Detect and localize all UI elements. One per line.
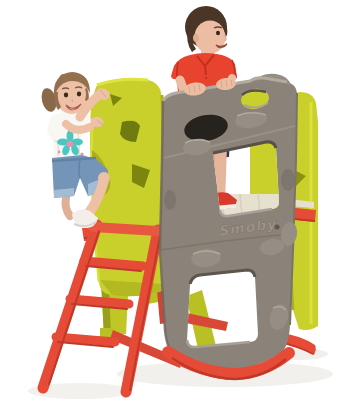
product-photo-scene: Smoby [0, 0, 360, 409]
grey-climbing-wall: Smoby [160, 74, 299, 379]
ladder-top-rail [93, 227, 158, 231]
wall-peg-hole [275, 225, 280, 230]
hand-hold [281, 169, 295, 191]
boy-face [195, 21, 226, 54]
wall-window-lower [181, 270, 258, 349]
ladder-rung-1 [84, 261, 143, 266]
hand-hold [164, 190, 176, 210]
ladder-rung-2 [70, 299, 129, 304]
boy-left-arm [180, 80, 184, 91]
boy-ear [193, 34, 199, 42]
scene-svg: Smoby [0, 0, 360, 409]
